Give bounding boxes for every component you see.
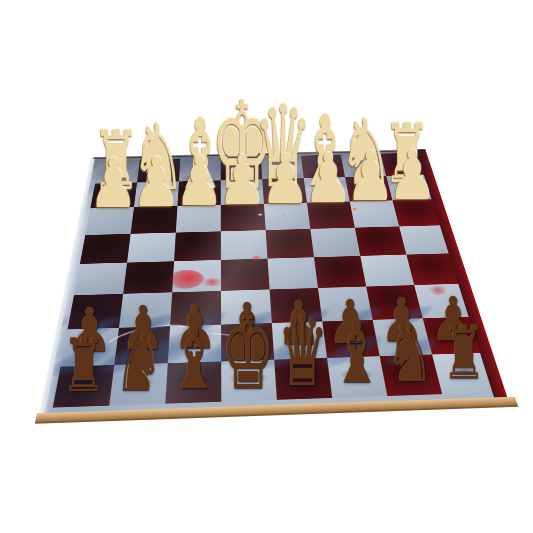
piece-black-queen[interactable]: ♛ bbox=[277, 303, 328, 401]
piece-black-knight[interactable]: ♞ bbox=[115, 321, 163, 403]
piece-white-pawn[interactable]: ♟ bbox=[260, 145, 309, 214]
chess-photo-stage: ♜♞♝♚♛♝♞♜♟♟♟♟♟♟♟♟♟♟♟♟♟♟♟♟♜♞♝♚♛♝♞♜ bbox=[0, 0, 533, 533]
piece-white-pawn[interactable]: ♟ bbox=[88, 149, 137, 218]
piece-white-pawn[interactable]: ♟ bbox=[388, 141, 437, 210]
pieces-layer: ♜♞♝♚♛♝♞♜♟♟♟♟♟♟♟♟♟♟♟♟♟♟♟♟♜♞♝♚♛♝♞♜ bbox=[0, 0, 533, 533]
piece-black-rook[interactable]: ♜ bbox=[442, 316, 486, 390]
piece-black-knight[interactable]: ♞ bbox=[386, 312, 434, 394]
piece-black-bishop[interactable]: ♝ bbox=[169, 315, 220, 402]
piece-black-rook[interactable]: ♜ bbox=[62, 329, 106, 403]
piece-black-king[interactable]: ♚ bbox=[221, 299, 276, 405]
piece-black-bishop[interactable]: ♝ bbox=[331, 309, 382, 396]
